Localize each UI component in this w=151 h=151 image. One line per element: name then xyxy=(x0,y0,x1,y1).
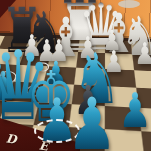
piece-blue-pawn[interactable]: ♟ xyxy=(67,88,117,151)
piece-silver-pawn[interactable]: ♟ xyxy=(135,39,151,69)
piece-blue-pawn[interactable]: ♟ xyxy=(118,86,151,134)
chess-scene: D E ♜♞♝♜♛♝♞♟♟♟♟♟♟♟♟♟♛♚♟♞♟♟♟ xyxy=(0,0,151,151)
